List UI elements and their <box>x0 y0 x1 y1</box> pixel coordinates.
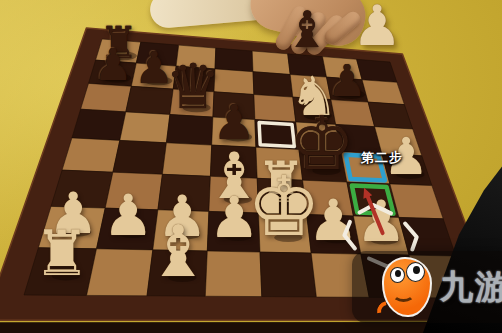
square-d1[interactable] <box>205 251 261 297</box>
square-a4[interactable] <box>62 138 120 172</box>
square-b5[interactable] <box>120 112 170 143</box>
piece-white-pawn-f2[interactable]: ♟ <box>307 194 358 246</box>
square-e1[interactable] <box>260 252 316 297</box>
watermark: 九游 <box>352 251 502 323</box>
game-screenshot: ♜♝♟♟♟♛♞♟♚♟♝♜♟♟♟♟♚♟♟♜♝ 第二步 ♟ 九游 <box>0 0 502 333</box>
square-a5[interactable] <box>72 109 126 140</box>
piece-black-pawn-d5[interactable]: ♟ <box>212 100 255 144</box>
square-b1[interactable] <box>87 249 153 296</box>
piece-black-pawn-a7[interactable]: ♟ <box>93 45 132 85</box>
piece-black-bishop-f8[interactable]: ♝ <box>285 7 330 53</box>
mascot-mouth <box>392 285 415 302</box>
watermark-mascot-icon <box>382 257 432 317</box>
captured-white-pawn: ♟ <box>352 0 402 52</box>
square-b4[interactable] <box>113 140 166 174</box>
mascot-eye <box>406 262 425 282</box>
square-e7[interactable] <box>253 72 293 97</box>
square-c4[interactable] <box>162 143 211 177</box>
step-label: 第二步 <box>361 149 403 167</box>
mascot-eye <box>390 267 405 283</box>
piece-white-pawn-g2[interactable]: ♟ <box>355 195 406 247</box>
piece-white-bishop-c1[interactable]: ♝ <box>146 219 210 284</box>
piece-white-rook-a1[interactable]: ♜ <box>34 225 90 283</box>
watermark-text: 九游 <box>440 265 502 310</box>
mascot-tail <box>373 297 402 326</box>
